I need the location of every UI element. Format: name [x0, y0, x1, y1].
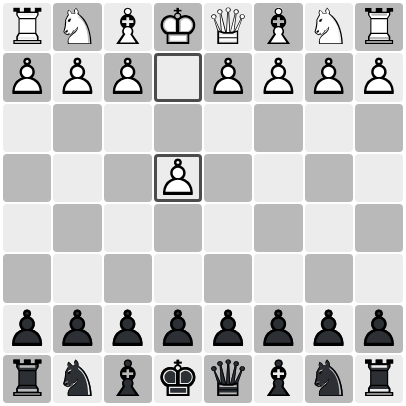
square-b1[interactable]: ♞♘ [305, 3, 353, 51]
square-c3[interactable] [254, 104, 302, 152]
white-pawn: ♟ [355, 53, 403, 101]
white-knight-outline: ♘ [53, 3, 101, 51]
black-knight-outline: ♘ [305, 355, 353, 403]
white-queen: ♛ [204, 3, 252, 51]
square-d7[interactable]: ♟♙ [204, 305, 252, 353]
square-b2[interactable]: ♟♙ [305, 53, 353, 101]
chess-board: ♜♖♞♘♝♗♚♔♛♕♝♗♞♘♜♖♟♙♟♙♟♙♟♙♟♙♟♙♟♙♟♙♟♙♟♙♟♙♟♙… [0, 0, 406, 406]
black-knight-outline: ♘ [53, 355, 101, 403]
black-queen: ♛ [204, 355, 252, 403]
white-bishop-outline: ♗ [254, 3, 302, 51]
white-queen-outline: ♕ [204, 3, 252, 51]
square-h7[interactable]: ♟♙ [3, 305, 51, 353]
square-c5[interactable] [254, 204, 302, 252]
square-d2[interactable]: ♟♙ [204, 53, 252, 101]
black-pawn: ♟ [154, 305, 202, 353]
square-d3[interactable] [204, 104, 252, 152]
square-g8[interactable]: ♞♘ [53, 355, 101, 403]
square-e5[interactable] [154, 204, 202, 252]
white-king: ♚ [154, 3, 202, 51]
white-bishop: ♝ [254, 3, 302, 51]
black-bishop-outline: ♗ [254, 355, 302, 403]
square-h2[interactable]: ♟♙ [3, 53, 51, 101]
black-knight: ♞ [305, 355, 353, 403]
black-rook: ♜ [3, 355, 51, 403]
black-pawn-outline: ♙ [154, 305, 202, 353]
square-g4[interactable] [53, 154, 101, 202]
square-c7[interactable]: ♟♙ [254, 305, 302, 353]
square-h8[interactable]: ♜♖ [3, 355, 51, 403]
square-c6[interactable] [254, 254, 302, 302]
black-pawn-outline: ♙ [254, 305, 302, 353]
white-pawn: ♟ [254, 53, 302, 101]
white-pawn: ♟ [305, 53, 353, 101]
white-rook: ♜ [355, 3, 403, 51]
black-pawn: ♟ [204, 305, 252, 353]
white-pawn-outline: ♙ [204, 53, 252, 101]
square-a3[interactable] [355, 104, 403, 152]
white-pawn: ♟ [53, 53, 101, 101]
white-bishop-outline: ♗ [104, 3, 152, 51]
black-knight: ♞ [53, 355, 101, 403]
black-pawn: ♟ [355, 305, 403, 353]
square-a5[interactable] [355, 204, 403, 252]
white-bishop: ♝ [104, 3, 152, 51]
square-b8[interactable]: ♞♘ [305, 355, 353, 403]
black-pawn: ♟ [53, 305, 101, 353]
black-pawn: ♟ [104, 305, 152, 353]
black-bishop: ♝ [104, 355, 152, 403]
white-rook-outline: ♖ [3, 3, 51, 51]
black-pawn-outline: ♙ [3, 305, 51, 353]
black-queen-outline: ♕ [204, 355, 252, 403]
square-h3[interactable] [3, 104, 51, 152]
black-rook: ♜ [355, 355, 403, 403]
black-bishop-outline: ♗ [104, 355, 152, 403]
white-knight: ♞ [53, 3, 101, 51]
square-h4[interactable] [3, 154, 51, 202]
square-d1[interactable]: ♛♕ [204, 3, 252, 51]
square-e8[interactable]: ♚♔ [154, 355, 202, 403]
square-f4[interactable] [104, 154, 152, 202]
square-f7[interactable]: ♟♙ [104, 305, 152, 353]
white-pawn: ♟ [3, 53, 51, 101]
white-pawn-outline: ♙ [154, 154, 202, 202]
square-c1[interactable]: ♝♗ [254, 3, 302, 51]
square-b6[interactable] [305, 254, 353, 302]
square-b3[interactable] [305, 104, 353, 152]
white-knight: ♞ [305, 3, 353, 51]
square-f5[interactable] [104, 204, 152, 252]
black-pawn-outline: ♙ [104, 305, 152, 353]
white-pawn: ♟ [154, 154, 202, 202]
square-b4[interactable] [305, 154, 353, 202]
black-rook-outline: ♖ [355, 355, 403, 403]
square-f1[interactable]: ♝♗ [104, 3, 152, 51]
square-d4[interactable] [204, 154, 252, 202]
square-d8[interactable]: ♛♕ [204, 355, 252, 403]
square-c4[interactable] [254, 154, 302, 202]
square-d5[interactable] [204, 204, 252, 252]
white-pawn: ♟ [204, 53, 252, 101]
square-e3[interactable] [154, 104, 202, 152]
square-g3[interactable] [53, 104, 101, 152]
black-pawn-outline: ♙ [355, 305, 403, 353]
square-e7[interactable]: ♟♙ [154, 305, 202, 353]
white-rook: ♜ [3, 3, 51, 51]
black-pawn: ♟ [305, 305, 353, 353]
square-f3[interactable] [104, 104, 152, 152]
black-rook-outline: ♖ [3, 355, 51, 403]
square-a8[interactable]: ♜♖ [355, 355, 403, 403]
black-pawn-outline: ♙ [305, 305, 353, 353]
white-pawn-outline: ♙ [53, 53, 101, 101]
black-pawn: ♟ [254, 305, 302, 353]
white-pawn-outline: ♙ [3, 53, 51, 101]
black-king-outline: ♔ [154, 355, 202, 403]
black-pawn: ♟ [3, 305, 51, 353]
white-pawn-outline: ♙ [355, 53, 403, 101]
square-f6[interactable] [104, 254, 152, 302]
square-e4[interactable]: ♟♙ [154, 154, 202, 202]
square-g1[interactable]: ♞♘ [53, 3, 101, 51]
square-g5[interactable] [53, 204, 101, 252]
square-a4[interactable] [355, 154, 403, 202]
square-e1[interactable]: ♚♔ [154, 3, 202, 51]
square-g6[interactable] [53, 254, 101, 302]
black-bishop: ♝ [254, 355, 302, 403]
square-g2[interactable]: ♟♙ [53, 53, 101, 101]
white-rook-outline: ♖ [355, 3, 403, 51]
square-e6[interactable] [154, 254, 202, 302]
square-a6[interactable] [355, 254, 403, 302]
white-pawn: ♟ [104, 53, 152, 101]
black-pawn-outline: ♙ [53, 305, 101, 353]
square-c8[interactable]: ♝♗ [254, 355, 302, 403]
square-b5[interactable] [305, 204, 353, 252]
white-pawn-outline: ♙ [305, 53, 353, 101]
square-g7[interactable]: ♟♙ [53, 305, 101, 353]
white-king-outline: ♔ [154, 3, 202, 51]
black-pawn-outline: ♙ [204, 305, 252, 353]
square-e2[interactable] [154, 53, 202, 101]
white-pawn-outline: ♙ [104, 53, 152, 101]
square-d6[interactable] [204, 254, 252, 302]
white-pawn-outline: ♙ [254, 53, 302, 101]
white-knight-outline: ♘ [305, 3, 353, 51]
square-h5[interactable] [3, 204, 51, 252]
square-h1[interactable]: ♜♖ [3, 3, 51, 51]
square-c2[interactable]: ♟♙ [254, 53, 302, 101]
square-f2[interactable]: ♟♙ [104, 53, 152, 101]
square-a7[interactable]: ♟♙ [355, 305, 403, 353]
square-h6[interactable] [3, 254, 51, 302]
square-b7[interactable]: ♟♙ [305, 305, 353, 353]
square-f8[interactable]: ♝♗ [104, 355, 152, 403]
black-king: ♚ [154, 355, 202, 403]
square-a1[interactable]: ♜♖ [355, 3, 403, 51]
square-a2[interactable]: ♟♙ [355, 53, 403, 101]
